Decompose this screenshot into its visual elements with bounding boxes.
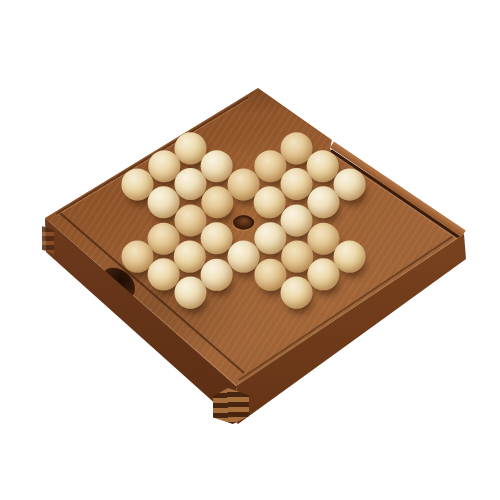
empty-hole[interactable] bbox=[229, 212, 259, 232]
ball[interactable] bbox=[334, 241, 366, 273]
ball[interactable] bbox=[281, 277, 313, 309]
dovetail-joint bbox=[213, 388, 249, 424]
dovetail-joint-left bbox=[42, 226, 54, 254]
solitaire-box bbox=[0, 0, 500, 500]
ball[interactable] bbox=[307, 259, 339, 291]
product-photo bbox=[0, 0, 500, 500]
